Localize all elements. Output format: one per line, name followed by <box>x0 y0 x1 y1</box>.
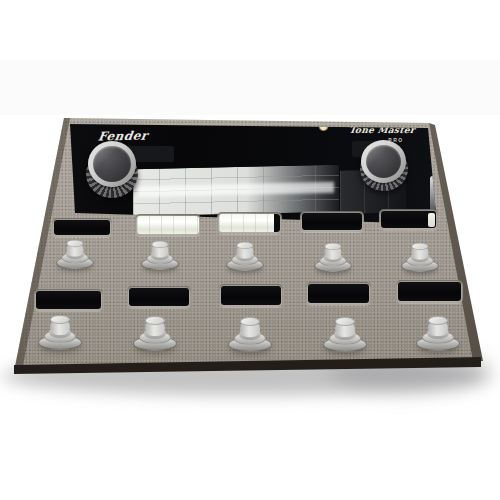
footswitch[interactable] <box>227 312 273 354</box>
footswitch-cap-top <box>335 317 355 326</box>
footswitch-cap-top <box>325 243 342 251</box>
mini-display-screen <box>398 282 461 301</box>
mini-display <box>379 209 438 230</box>
screen-dark-edge <box>274 214 280 232</box>
footswitch-cap-top <box>152 241 169 249</box>
footswitch[interactable] <box>400 238 439 274</box>
footswitch-cap-top <box>412 243 429 251</box>
footswitch[interactable] <box>132 311 178 353</box>
mini-display-screen <box>54 220 110 235</box>
background-band <box>0 60 500 115</box>
footswitch[interactable] <box>140 236 179 272</box>
mini-display <box>396 280 463 303</box>
mini-display <box>34 289 103 311</box>
mini-display-screen <box>221 286 281 305</box>
footswitch-cap-top <box>237 242 254 250</box>
footswitch-cap-top <box>50 315 70 324</box>
mini-display-screen <box>308 284 369 303</box>
mini-display <box>52 218 112 237</box>
mini-display-screen <box>381 211 436 228</box>
mini-display-screen <box>137 216 199 234</box>
footswitch-cap-top <box>428 316 448 325</box>
footswitch[interactable] <box>37 310 83 352</box>
footswitch-cap-top <box>67 240 84 248</box>
mini-display <box>135 214 201 236</box>
knob-face <box>361 140 406 183</box>
footswitch-cap-top <box>240 317 260 326</box>
mini-display-screen <box>219 214 280 232</box>
footswitch[interactable] <box>313 238 352 274</box>
footswitch[interactable] <box>225 237 264 273</box>
fender-logo: Fender <box>92 128 154 143</box>
footswitch[interactable] <box>415 311 461 353</box>
mini-display-screen <box>129 288 189 306</box>
mini-display <box>300 211 364 232</box>
footswitch-cap-top <box>145 316 165 325</box>
mini-display <box>219 284 283 307</box>
knob-face <box>88 141 136 187</box>
mini-display <box>306 282 371 305</box>
footswitch[interactable] <box>55 235 94 271</box>
screen-glint <box>428 213 435 227</box>
mini-display <box>127 286 191 308</box>
mini-display-screen <box>302 213 362 230</box>
mini-display <box>217 212 282 234</box>
mini-display-screen <box>36 291 101 309</box>
product-photo: Fender Tone Master PRO <box>0 0 500 500</box>
footswitch[interactable] <box>322 312 368 354</box>
